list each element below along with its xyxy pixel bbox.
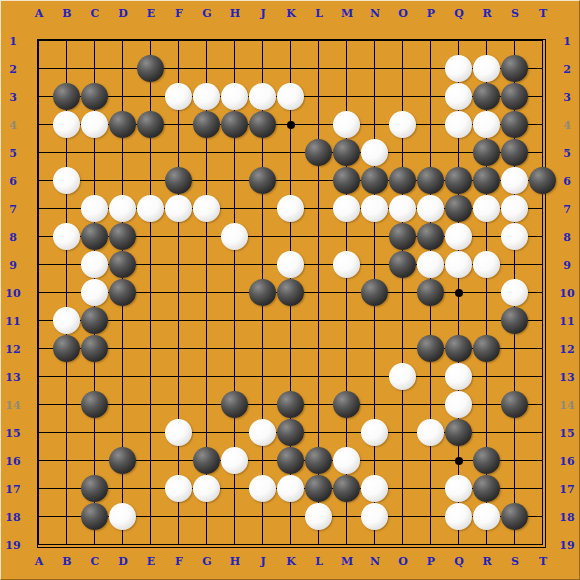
intersection-H2[interactable] bbox=[221, 55, 249, 83]
intersection-M15[interactable] bbox=[333, 419, 361, 447]
intersection-O4[interactable] bbox=[389, 111, 417, 139]
intersection-B19[interactable] bbox=[53, 531, 81, 559]
intersection-O7[interactable] bbox=[389, 195, 417, 223]
intersection-F10[interactable] bbox=[165, 279, 193, 307]
intersection-H14[interactable] bbox=[221, 391, 249, 419]
intersection-Q1[interactable] bbox=[445, 27, 473, 55]
intersection-P5[interactable] bbox=[417, 139, 445, 167]
intersection-B8[interactable] bbox=[53, 223, 81, 251]
intersection-A8[interactable] bbox=[25, 223, 53, 251]
intersection-T4[interactable] bbox=[529, 111, 557, 139]
intersection-A2[interactable] bbox=[25, 55, 53, 83]
intersection-H15[interactable] bbox=[221, 419, 249, 447]
intersection-S13[interactable] bbox=[501, 363, 529, 391]
intersection-B15[interactable] bbox=[53, 419, 81, 447]
intersection-S17[interactable] bbox=[501, 475, 529, 503]
intersection-C1[interactable] bbox=[81, 27, 109, 55]
intersection-P16[interactable] bbox=[417, 447, 445, 475]
intersection-M13[interactable] bbox=[333, 363, 361, 391]
intersection-L14[interactable] bbox=[305, 391, 333, 419]
intersection-J17[interactable] bbox=[249, 475, 277, 503]
intersection-F3[interactable] bbox=[165, 83, 193, 111]
intersection-A15[interactable] bbox=[25, 419, 53, 447]
intersection-H9[interactable] bbox=[221, 251, 249, 279]
intersection-R6[interactable] bbox=[473, 167, 501, 195]
intersection-G19[interactable] bbox=[193, 531, 221, 559]
intersection-B6[interactable] bbox=[53, 167, 81, 195]
intersection-A1[interactable] bbox=[25, 27, 53, 55]
intersection-K2[interactable] bbox=[277, 55, 305, 83]
intersection-F13[interactable] bbox=[165, 363, 193, 391]
intersection-A14[interactable] bbox=[25, 391, 53, 419]
intersection-S7[interactable] bbox=[501, 195, 529, 223]
intersection-C11[interactable] bbox=[81, 307, 109, 335]
intersection-T11[interactable] bbox=[529, 307, 557, 335]
intersection-S11[interactable] bbox=[501, 307, 529, 335]
intersection-M11[interactable] bbox=[333, 307, 361, 335]
intersection-N18[interactable] bbox=[361, 503, 389, 531]
intersection-R19[interactable] bbox=[473, 531, 501, 559]
intersection-F4[interactable] bbox=[165, 111, 193, 139]
intersection-B16[interactable] bbox=[53, 447, 81, 475]
intersection-T6[interactable] bbox=[529, 167, 557, 195]
intersection-K12[interactable] bbox=[277, 335, 305, 363]
intersection-S5[interactable] bbox=[501, 139, 529, 167]
intersection-E19[interactable] bbox=[137, 531, 165, 559]
intersection-J12[interactable] bbox=[249, 335, 277, 363]
intersection-B18[interactable] bbox=[53, 503, 81, 531]
intersection-L3[interactable] bbox=[305, 83, 333, 111]
intersection-Q4[interactable] bbox=[445, 111, 473, 139]
intersection-A5[interactable] bbox=[25, 139, 53, 167]
intersection-D19[interactable] bbox=[109, 531, 137, 559]
intersection-D17[interactable] bbox=[109, 475, 137, 503]
intersection-K11[interactable] bbox=[277, 307, 305, 335]
intersection-R18[interactable] bbox=[473, 503, 501, 531]
intersection-B13[interactable] bbox=[53, 363, 81, 391]
intersection-P1[interactable] bbox=[417, 27, 445, 55]
intersection-T19[interactable] bbox=[529, 531, 557, 559]
intersection-J11[interactable] bbox=[249, 307, 277, 335]
intersection-G5[interactable] bbox=[193, 139, 221, 167]
intersection-S4[interactable] bbox=[501, 111, 529, 139]
intersection-G11[interactable] bbox=[193, 307, 221, 335]
intersection-F5[interactable] bbox=[165, 139, 193, 167]
intersection-C7[interactable] bbox=[81, 195, 109, 223]
intersection-T15[interactable] bbox=[529, 419, 557, 447]
intersection-L9[interactable] bbox=[305, 251, 333, 279]
intersection-J5[interactable] bbox=[249, 139, 277, 167]
intersection-H8[interactable] bbox=[221, 223, 249, 251]
intersection-M14[interactable] bbox=[333, 391, 361, 419]
intersection-B7[interactable] bbox=[53, 195, 81, 223]
intersection-N6[interactable] bbox=[361, 167, 389, 195]
intersection-T17[interactable] bbox=[529, 475, 557, 503]
intersection-J9[interactable] bbox=[249, 251, 277, 279]
intersection-Q5[interactable] bbox=[445, 139, 473, 167]
intersection-C9[interactable] bbox=[81, 251, 109, 279]
intersection-P4[interactable] bbox=[417, 111, 445, 139]
intersection-C14[interactable] bbox=[81, 391, 109, 419]
intersection-N4[interactable] bbox=[361, 111, 389, 139]
intersection-Q12[interactable] bbox=[445, 335, 473, 363]
intersection-H12[interactable] bbox=[221, 335, 249, 363]
intersection-G6[interactable] bbox=[193, 167, 221, 195]
intersection-S19[interactable] bbox=[501, 531, 529, 559]
intersection-L7[interactable] bbox=[305, 195, 333, 223]
intersection-J13[interactable] bbox=[249, 363, 277, 391]
intersection-A13[interactable] bbox=[25, 363, 53, 391]
intersection-T7[interactable] bbox=[529, 195, 557, 223]
intersection-J16[interactable] bbox=[249, 447, 277, 475]
intersection-D13[interactable] bbox=[109, 363, 137, 391]
intersection-L13[interactable] bbox=[305, 363, 333, 391]
intersection-J19[interactable] bbox=[249, 531, 277, 559]
intersection-O15[interactable] bbox=[389, 419, 417, 447]
intersection-E2[interactable] bbox=[137, 55, 165, 83]
intersection-Q16[interactable] bbox=[445, 447, 473, 475]
intersection-R7[interactable] bbox=[473, 195, 501, 223]
intersection-O10[interactable] bbox=[389, 279, 417, 307]
intersection-D4[interactable] bbox=[109, 111, 137, 139]
intersection-D5[interactable] bbox=[109, 139, 137, 167]
intersection-Q11[interactable] bbox=[445, 307, 473, 335]
intersection-G17[interactable] bbox=[193, 475, 221, 503]
intersection-D8[interactable] bbox=[109, 223, 137, 251]
intersection-F9[interactable] bbox=[165, 251, 193, 279]
intersection-J4[interactable] bbox=[249, 111, 277, 139]
intersection-G15[interactable] bbox=[193, 419, 221, 447]
intersection-T1[interactable] bbox=[529, 27, 557, 55]
intersection-P15[interactable] bbox=[417, 419, 445, 447]
intersection-G4[interactable] bbox=[193, 111, 221, 139]
intersection-A11[interactable] bbox=[25, 307, 53, 335]
intersection-K8[interactable] bbox=[277, 223, 305, 251]
intersection-E4[interactable] bbox=[137, 111, 165, 139]
intersection-O14[interactable] bbox=[389, 391, 417, 419]
intersection-B14[interactable] bbox=[53, 391, 81, 419]
intersection-N17[interactable] bbox=[361, 475, 389, 503]
intersection-S8[interactable] bbox=[501, 223, 529, 251]
intersection-H13[interactable] bbox=[221, 363, 249, 391]
intersection-B12[interactable] bbox=[53, 335, 81, 363]
intersection-A18[interactable] bbox=[25, 503, 53, 531]
intersection-N2[interactable] bbox=[361, 55, 389, 83]
intersection-O6[interactable] bbox=[389, 167, 417, 195]
intersection-H5[interactable] bbox=[221, 139, 249, 167]
intersection-K14[interactable] bbox=[277, 391, 305, 419]
intersection-H7[interactable] bbox=[221, 195, 249, 223]
intersection-C6[interactable] bbox=[81, 167, 109, 195]
intersection-A6[interactable] bbox=[25, 167, 53, 195]
intersection-D2[interactable] bbox=[109, 55, 137, 83]
intersection-F1[interactable] bbox=[165, 27, 193, 55]
intersection-J1[interactable] bbox=[249, 27, 277, 55]
intersection-O5[interactable] bbox=[389, 139, 417, 167]
intersection-O2[interactable] bbox=[389, 55, 417, 83]
intersection-R8[interactable] bbox=[473, 223, 501, 251]
intersection-J3[interactable] bbox=[249, 83, 277, 111]
intersection-G10[interactable] bbox=[193, 279, 221, 307]
intersection-M10[interactable] bbox=[333, 279, 361, 307]
intersection-B3[interactable] bbox=[53, 83, 81, 111]
intersection-L16[interactable] bbox=[305, 447, 333, 475]
intersection-D7[interactable] bbox=[109, 195, 137, 223]
intersection-D1[interactable] bbox=[109, 27, 137, 55]
intersection-P17[interactable] bbox=[417, 475, 445, 503]
intersection-C5[interactable] bbox=[81, 139, 109, 167]
intersection-N14[interactable] bbox=[361, 391, 389, 419]
intersection-S16[interactable] bbox=[501, 447, 529, 475]
intersection-P8[interactable] bbox=[417, 223, 445, 251]
intersection-D9[interactable] bbox=[109, 251, 137, 279]
intersection-B17[interactable] bbox=[53, 475, 81, 503]
intersection-Q6[interactable] bbox=[445, 167, 473, 195]
intersection-E16[interactable] bbox=[137, 447, 165, 475]
intersection-G12[interactable] bbox=[193, 335, 221, 363]
intersection-D6[interactable] bbox=[109, 167, 137, 195]
intersection-B1[interactable] bbox=[53, 27, 81, 55]
intersection-S14[interactable] bbox=[501, 391, 529, 419]
intersection-B9[interactable] bbox=[53, 251, 81, 279]
intersection-M8[interactable] bbox=[333, 223, 361, 251]
intersection-J6[interactable] bbox=[249, 167, 277, 195]
intersection-H1[interactable] bbox=[221, 27, 249, 55]
intersection-M12[interactable] bbox=[333, 335, 361, 363]
intersection-O17[interactable] bbox=[389, 475, 417, 503]
intersection-Q18[interactable] bbox=[445, 503, 473, 531]
intersection-K16[interactable] bbox=[277, 447, 305, 475]
intersection-K18[interactable] bbox=[277, 503, 305, 531]
intersection-E7[interactable] bbox=[137, 195, 165, 223]
intersection-K3[interactable] bbox=[277, 83, 305, 111]
intersection-T2[interactable] bbox=[529, 55, 557, 83]
intersection-E11[interactable] bbox=[137, 307, 165, 335]
intersection-S3[interactable] bbox=[501, 83, 529, 111]
intersection-F11[interactable] bbox=[165, 307, 193, 335]
intersection-H19[interactable] bbox=[221, 531, 249, 559]
intersection-S9[interactable] bbox=[501, 251, 529, 279]
intersection-P11[interactable] bbox=[417, 307, 445, 335]
intersection-R11[interactable] bbox=[473, 307, 501, 335]
intersection-N12[interactable] bbox=[361, 335, 389, 363]
intersection-G8[interactable] bbox=[193, 223, 221, 251]
intersection-B11[interactable] bbox=[53, 307, 81, 335]
intersection-D14[interactable] bbox=[109, 391, 137, 419]
intersection-K5[interactable] bbox=[277, 139, 305, 167]
intersection-M17[interactable] bbox=[333, 475, 361, 503]
intersection-A7[interactable] bbox=[25, 195, 53, 223]
intersection-K17[interactable] bbox=[277, 475, 305, 503]
intersection-R1[interactable] bbox=[473, 27, 501, 55]
intersection-E8[interactable] bbox=[137, 223, 165, 251]
intersection-K7[interactable] bbox=[277, 195, 305, 223]
intersection-Q2[interactable] bbox=[445, 55, 473, 83]
intersection-P13[interactable] bbox=[417, 363, 445, 391]
intersection-F17[interactable] bbox=[165, 475, 193, 503]
intersection-O8[interactable] bbox=[389, 223, 417, 251]
intersection-E17[interactable] bbox=[137, 475, 165, 503]
intersection-T16[interactable] bbox=[529, 447, 557, 475]
intersection-L2[interactable] bbox=[305, 55, 333, 83]
intersection-O16[interactable] bbox=[389, 447, 417, 475]
intersection-R12[interactable] bbox=[473, 335, 501, 363]
intersection-M2[interactable] bbox=[333, 55, 361, 83]
intersection-M9[interactable] bbox=[333, 251, 361, 279]
intersection-E9[interactable] bbox=[137, 251, 165, 279]
intersection-O19[interactable] bbox=[389, 531, 417, 559]
intersection-E6[interactable] bbox=[137, 167, 165, 195]
intersection-B4[interactable] bbox=[53, 111, 81, 139]
intersection-L8[interactable] bbox=[305, 223, 333, 251]
intersection-F8[interactable] bbox=[165, 223, 193, 251]
intersection-H16[interactable] bbox=[221, 447, 249, 475]
intersection-R10[interactable] bbox=[473, 279, 501, 307]
intersection-G2[interactable] bbox=[193, 55, 221, 83]
intersection-N5[interactable] bbox=[361, 139, 389, 167]
intersection-D16[interactable] bbox=[109, 447, 137, 475]
intersection-K9[interactable] bbox=[277, 251, 305, 279]
intersection-H11[interactable] bbox=[221, 307, 249, 335]
intersection-Q8[interactable] bbox=[445, 223, 473, 251]
intersection-O1[interactable] bbox=[389, 27, 417, 55]
intersection-N8[interactable] bbox=[361, 223, 389, 251]
intersection-F2[interactable] bbox=[165, 55, 193, 83]
intersection-R14[interactable] bbox=[473, 391, 501, 419]
intersection-C17[interactable] bbox=[81, 475, 109, 503]
intersection-O18[interactable] bbox=[389, 503, 417, 531]
intersection-E15[interactable] bbox=[137, 419, 165, 447]
intersection-D10[interactable] bbox=[109, 279, 137, 307]
intersection-H10[interactable] bbox=[221, 279, 249, 307]
intersection-P19[interactable] bbox=[417, 531, 445, 559]
intersection-K4[interactable] bbox=[277, 111, 305, 139]
intersection-P14[interactable] bbox=[417, 391, 445, 419]
intersection-E12[interactable] bbox=[137, 335, 165, 363]
intersection-B2[interactable] bbox=[53, 55, 81, 83]
intersection-K19[interactable] bbox=[277, 531, 305, 559]
intersection-P7[interactable] bbox=[417, 195, 445, 223]
intersection-C4[interactable] bbox=[81, 111, 109, 139]
intersection-S1[interactable] bbox=[501, 27, 529, 55]
intersection-Q9[interactable] bbox=[445, 251, 473, 279]
intersection-F14[interactable] bbox=[165, 391, 193, 419]
intersection-R13[interactable] bbox=[473, 363, 501, 391]
intersection-E18[interactable] bbox=[137, 503, 165, 531]
intersection-H4[interactable] bbox=[221, 111, 249, 139]
intersection-G7[interactable] bbox=[193, 195, 221, 223]
intersection-J7[interactable] bbox=[249, 195, 277, 223]
intersection-E10[interactable] bbox=[137, 279, 165, 307]
intersection-F16[interactable] bbox=[165, 447, 193, 475]
intersection-T9[interactable] bbox=[529, 251, 557, 279]
intersection-H17[interactable] bbox=[221, 475, 249, 503]
intersection-J10[interactable] bbox=[249, 279, 277, 307]
intersection-H3[interactable] bbox=[221, 83, 249, 111]
intersection-M5[interactable] bbox=[333, 139, 361, 167]
intersection-N3[interactable] bbox=[361, 83, 389, 111]
intersection-K1[interactable] bbox=[277, 27, 305, 55]
intersection-T10[interactable] bbox=[529, 279, 557, 307]
intersection-Q10[interactable] bbox=[445, 279, 473, 307]
intersection-H18[interactable] bbox=[221, 503, 249, 531]
intersection-S12[interactable] bbox=[501, 335, 529, 363]
intersection-C16[interactable] bbox=[81, 447, 109, 475]
intersection-A17[interactable] bbox=[25, 475, 53, 503]
intersection-Q13[interactable] bbox=[445, 363, 473, 391]
intersection-M7[interactable] bbox=[333, 195, 361, 223]
intersection-K13[interactable] bbox=[277, 363, 305, 391]
intersection-N9[interactable] bbox=[361, 251, 389, 279]
intersection-N15[interactable] bbox=[361, 419, 389, 447]
intersection-F6[interactable] bbox=[165, 167, 193, 195]
intersection-A9[interactable] bbox=[25, 251, 53, 279]
intersection-D11[interactable] bbox=[109, 307, 137, 335]
intersection-L5[interactable] bbox=[305, 139, 333, 167]
intersection-R16[interactable] bbox=[473, 447, 501, 475]
intersection-A10[interactable] bbox=[25, 279, 53, 307]
intersection-R4[interactable] bbox=[473, 111, 501, 139]
intersection-D12[interactable] bbox=[109, 335, 137, 363]
intersection-G16[interactable] bbox=[193, 447, 221, 475]
intersection-T18[interactable] bbox=[529, 503, 557, 531]
intersection-B5[interactable] bbox=[53, 139, 81, 167]
intersection-K15[interactable] bbox=[277, 419, 305, 447]
intersection-A16[interactable] bbox=[25, 447, 53, 475]
intersection-N7[interactable] bbox=[361, 195, 389, 223]
intersection-N16[interactable] bbox=[361, 447, 389, 475]
intersection-A3[interactable] bbox=[25, 83, 53, 111]
intersection-F12[interactable] bbox=[165, 335, 193, 363]
intersection-L6[interactable] bbox=[305, 167, 333, 195]
intersection-N19[interactable] bbox=[361, 531, 389, 559]
intersection-R3[interactable] bbox=[473, 83, 501, 111]
intersection-E13[interactable] bbox=[137, 363, 165, 391]
intersection-A19[interactable] bbox=[25, 531, 53, 559]
intersection-R15[interactable] bbox=[473, 419, 501, 447]
intersection-D3[interactable] bbox=[109, 83, 137, 111]
intersection-R5[interactable] bbox=[473, 139, 501, 167]
intersection-Q14[interactable] bbox=[445, 391, 473, 419]
intersection-K10[interactable] bbox=[277, 279, 305, 307]
intersection-K6[interactable] bbox=[277, 167, 305, 195]
intersection-J8[interactable] bbox=[249, 223, 277, 251]
intersection-B10[interactable] bbox=[53, 279, 81, 307]
intersection-Q3[interactable] bbox=[445, 83, 473, 111]
intersection-J18[interactable] bbox=[249, 503, 277, 531]
intersection-L15[interactable] bbox=[305, 419, 333, 447]
intersection-L17[interactable] bbox=[305, 475, 333, 503]
intersection-O9[interactable] bbox=[389, 251, 417, 279]
intersection-L10[interactable] bbox=[305, 279, 333, 307]
intersection-D18[interactable] bbox=[109, 503, 137, 531]
intersection-J15[interactable] bbox=[249, 419, 277, 447]
intersection-C15[interactable] bbox=[81, 419, 109, 447]
intersection-T5[interactable] bbox=[529, 139, 557, 167]
intersection-T14[interactable] bbox=[529, 391, 557, 419]
intersection-P3[interactable] bbox=[417, 83, 445, 111]
intersection-M1[interactable] bbox=[333, 27, 361, 55]
intersection-G3[interactable] bbox=[193, 83, 221, 111]
intersection-L18[interactable] bbox=[305, 503, 333, 531]
intersection-A4[interactable] bbox=[25, 111, 53, 139]
intersection-F18[interactable] bbox=[165, 503, 193, 531]
intersection-C3[interactable] bbox=[81, 83, 109, 111]
intersection-P9[interactable] bbox=[417, 251, 445, 279]
intersection-O3[interactable] bbox=[389, 83, 417, 111]
intersection-A12[interactable] bbox=[25, 335, 53, 363]
intersection-Q19[interactable] bbox=[445, 531, 473, 559]
